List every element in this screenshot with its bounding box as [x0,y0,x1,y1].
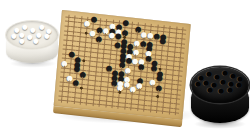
bowl-stone-black: ● [207,87,213,94]
go-board[interactable]: ●●●●●●●●●●●●●●●●●●●●●●●●●●●●●●●●●●●●●●●●… [54,10,191,120]
bowl-stone-white: ● [39,24,45,31]
bowl-stone-white: ● [19,38,25,45]
black-bowl-stones: ●●●●●●●●●●●●●●● [191,67,249,103]
bowl-stone-black: ● [218,88,224,95]
bowl-stone-black: ● [230,73,236,80]
bowl-stone-white: ● [27,34,33,41]
go-set-scene: ●●●●●●●●●●●● ●●●●●●●●●●●●●●●●●●●●●●●●●●●… [0,0,250,131]
bowl-stone-black: ● [195,81,201,88]
bowl-stone-white: ● [33,38,39,45]
bowl-stone-white: ● [11,33,17,40]
black-stone-bowl: ●●●●●●●●●●●●●●● [190,66,250,129]
bowl-stone-white: ● [44,33,50,40]
bowl-stone-white: ● [22,24,28,31]
bowl-stone-black: ● [236,82,242,89]
bowl-stone-black: ● [206,71,212,78]
bowl-stone-black: ● [222,70,228,77]
intersection-19-19[interactable] [172,110,179,115]
bowl-stone-black: ● [227,87,233,94]
board-grid: ●●●●●●●●●●●●●●●●●●●●●●●●●●●●●●●●●●●●●●●●… [58,14,187,115]
white-stone-bowl: ●●●●●●●●●●●● [5,19,61,69]
white-bowl-stones: ●●●●●●●●●●●● [6,21,58,49]
bowl-stone-black: ● [220,79,226,86]
